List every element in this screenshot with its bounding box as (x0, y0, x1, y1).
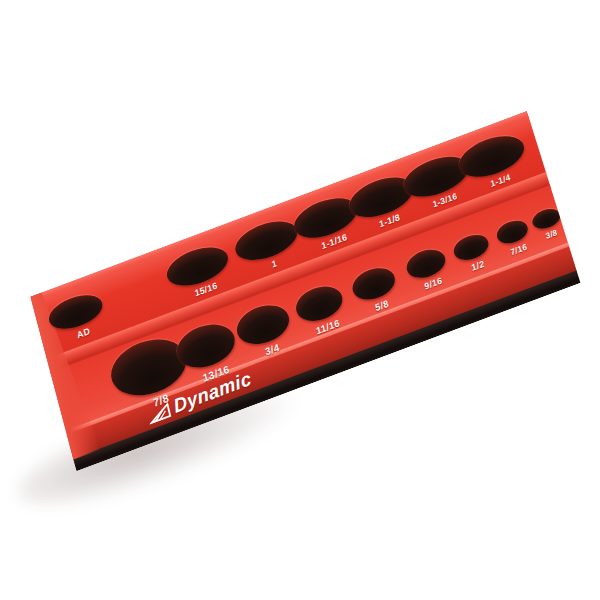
product-photo: AD 15/16 1 1-1/16 1-1/8 1-3/16 1-1/4 (0, 0, 600, 600)
dynamic-logo-mark-icon (146, 400, 172, 425)
socket-tray: AD 15/16 1 1-1/16 1-1/8 1-3/16 1-1/4 (13, 111, 589, 472)
